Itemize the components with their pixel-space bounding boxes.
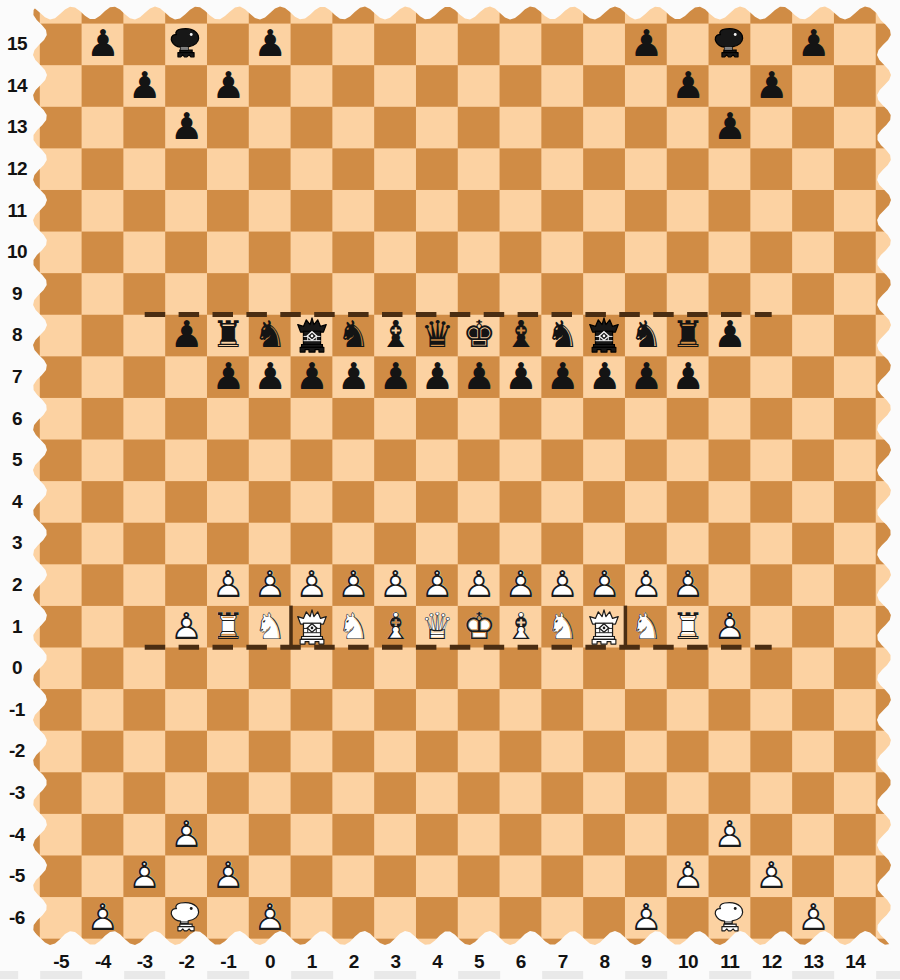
hawk-icon — [711, 899, 749, 937]
piece-black-pawn[interactable]: ♟ — [751, 65, 793, 107]
piece-white-knight[interactable]: ♞♘ — [542, 606, 584, 648]
piece-black-pawn[interactable]: ♟ — [166, 106, 208, 148]
piece-black-pawn[interactable]: ♟ — [291, 356, 333, 398]
piece-white-pawn[interactable]: ♟♙ — [82, 897, 124, 939]
piece-white-pawn[interactable]: ♟♙ — [667, 855, 709, 897]
piece-black-pawn[interactable]: ♟ — [333, 356, 375, 398]
piece-white-hawk[interactable] — [166, 897, 208, 939]
piece-black-knight[interactable]: ♞ — [249, 314, 291, 356]
hawk-icon — [167, 25, 205, 63]
piece-black-rook[interactable]: ♜ — [667, 314, 709, 356]
chancellor-icon — [293, 608, 331, 646]
piece-white-pawn[interactable]: ♟♙ — [249, 897, 291, 939]
piece-white-bishop[interactable]: ♝♗ — [375, 606, 417, 648]
piece-black-bishop[interactable]: ♝ — [375, 314, 417, 356]
piece-white-pawn[interactable]: ♟♙ — [249, 564, 291, 606]
piece-white-pawn[interactable]: ♟♙ — [333, 564, 375, 606]
piece-white-rook[interactable]: ♜♖ — [667, 606, 709, 648]
piece-white-pawn[interactable]: ♟♙ — [500, 564, 542, 606]
piece-black-pawn[interactable]: ♟ — [500, 356, 542, 398]
chancellor-icon — [585, 608, 623, 646]
piece-black-pawn[interactable]: ♟ — [207, 356, 249, 398]
piece-black-pawn[interactable]: ♟ — [625, 23, 667, 65]
piece-white-pawn[interactable]: ♟♙ — [667, 564, 709, 606]
piece-white-pawn[interactable]: ♟♙ — [166, 814, 208, 856]
piece-white-pawn[interactable]: ♟♙ — [793, 897, 835, 939]
piece-white-pawn[interactable]: ♟♙ — [207, 855, 249, 897]
piece-white-chancellor[interactable] — [584, 606, 626, 648]
piece-black-pawn[interactable]: ♟ — [625, 356, 667, 398]
piece-black-pawn[interactable]: ♟ — [542, 356, 584, 398]
piece-black-knight[interactable]: ♞ — [625, 314, 667, 356]
piece-black-pawn[interactable]: ♟ — [709, 106, 751, 148]
piece-black-pawn[interactable]: ♟ — [166, 314, 208, 356]
piece-black-pawn[interactable]: ♟ — [416, 356, 458, 398]
infinite-chess-board[interactable]: 1514131211109876543210-1-2-3-4-5-6-5-4-3… — [0, 0, 900, 980]
piece-black-queen[interactable]: ♛ — [416, 314, 458, 356]
piece-black-hawk[interactable] — [709, 23, 751, 65]
hawk-icon — [167, 899, 205, 937]
piece-white-king[interactable]: ♚♔ — [458, 606, 500, 648]
hawk-icon — [711, 25, 749, 63]
piece-black-bishop[interactable]: ♝ — [500, 314, 542, 356]
piece-black-pawn[interactable]: ♟ — [793, 23, 835, 65]
piece-white-knight[interactable]: ♞♘ — [625, 606, 667, 648]
piece-white-pawn[interactable]: ♟♙ — [709, 814, 751, 856]
piece-white-pawn[interactable]: ♟♙ — [166, 606, 208, 648]
piece-black-pawn[interactable]: ♟ — [458, 356, 500, 398]
piece-white-chancellor[interactable] — [291, 606, 333, 648]
piece-white-pawn[interactable]: ♟♙ — [625, 564, 667, 606]
piece-white-pawn[interactable]: ♟♙ — [584, 564, 626, 606]
chancellor-icon — [585, 316, 623, 354]
piece-white-pawn[interactable]: ♟♙ — [207, 564, 249, 606]
piece-black-king[interactable]: ♚ — [458, 314, 500, 356]
piece-black-pawn[interactable]: ♟ — [82, 23, 124, 65]
piece-white-pawn[interactable]: ♟♙ — [291, 564, 333, 606]
piece-black-pawn[interactable]: ♟ — [667, 356, 709, 398]
piece-black-hawk[interactable] — [166, 23, 208, 65]
piece-black-pawn[interactable]: ♟ — [207, 65, 249, 107]
piece-black-chancellor[interactable] — [291, 314, 333, 356]
piece-white-knight[interactable]: ♞♘ — [249, 606, 291, 648]
piece-white-queen[interactable]: ♛♕ — [416, 606, 458, 648]
piece-black-pawn[interactable]: ♟ — [667, 65, 709, 107]
piece-black-pawn[interactable]: ♟ — [124, 65, 166, 107]
piece-black-knight[interactable]: ♞ — [333, 314, 375, 356]
piece-white-bishop[interactable]: ♝♗ — [500, 606, 542, 648]
piece-black-pawn[interactable]: ♟ — [375, 356, 417, 398]
piece-white-knight[interactable]: ♞♘ — [333, 606, 375, 648]
piece-white-hawk[interactable] — [709, 897, 751, 939]
piece-black-pawn[interactable]: ♟ — [584, 356, 626, 398]
chancellor-icon — [293, 316, 331, 354]
piece-black-chancellor[interactable] — [584, 314, 626, 356]
piece-black-knight[interactable]: ♞ — [542, 314, 584, 356]
piece-white-pawn[interactable]: ♟♙ — [416, 564, 458, 606]
pieces-layer[interactable]: ♟♟♟♟♟♟♟♟♟♟♟♜♞♞♝♛♚♝♞♞♜♟♟♟♟♟♟♟♟♟♟♟♟♟♟♙♟♙♟♙… — [0, 0, 900, 980]
piece-white-pawn[interactable]: ♟♙ — [458, 564, 500, 606]
piece-white-rook[interactable]: ♜♖ — [207, 606, 249, 648]
piece-white-pawn[interactable]: ♟♙ — [709, 606, 751, 648]
piece-white-pawn[interactable]: ♟♙ — [124, 855, 166, 897]
piece-black-pawn[interactable]: ♟ — [249, 356, 291, 398]
piece-white-pawn[interactable]: ♟♙ — [625, 897, 667, 939]
piece-white-pawn[interactable]: ♟♙ — [375, 564, 417, 606]
piece-black-rook[interactable]: ♜ — [207, 314, 249, 356]
piece-black-pawn[interactable]: ♟ — [709, 314, 751, 356]
piece-white-pawn[interactable]: ♟♙ — [751, 855, 793, 897]
piece-white-pawn[interactable]: ♟♙ — [542, 564, 584, 606]
piece-black-pawn[interactable]: ♟ — [249, 23, 291, 65]
